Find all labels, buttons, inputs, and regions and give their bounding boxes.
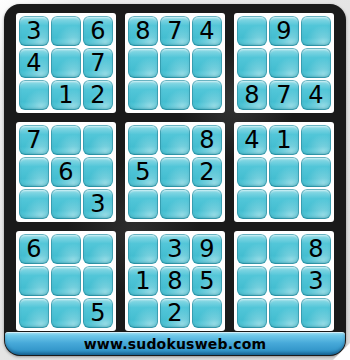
cell-r8c6: 5 [192, 266, 222, 296]
cell-r4c9[interactable] [301, 125, 331, 155]
cell-r5c3[interactable] [83, 157, 113, 187]
cell-r7c4[interactable] [128, 234, 158, 264]
cell-r7c9: 8 [301, 234, 331, 264]
cell-r7c7[interactable] [237, 234, 267, 264]
sudoku-box-2-1: 763 [16, 122, 116, 222]
cell-r6c7[interactable] [237, 189, 267, 219]
cell-r6c6[interactable] [192, 189, 222, 219]
cell-r5c7[interactable] [237, 157, 267, 187]
cell-r7c5: 3 [160, 234, 190, 264]
cell-r4c2[interactable] [51, 125, 81, 155]
cell-r9c4[interactable] [128, 298, 158, 328]
cell-r3c5[interactable] [160, 80, 190, 110]
cell-r2c6[interactable] [192, 48, 222, 78]
cell-r6c2[interactable] [51, 189, 81, 219]
cell-r3c7: 8 [237, 80, 267, 110]
cell-r4c6: 8 [192, 125, 222, 155]
cell-r2c9[interactable] [301, 48, 331, 78]
sudoku-box-1-3: 9874 [234, 13, 334, 113]
cell-r1c6: 4 [192, 16, 222, 46]
cell-r9c8[interactable] [269, 298, 299, 328]
cell-r1c2[interactable] [51, 16, 81, 46]
cell-r8c4: 1 [128, 266, 158, 296]
cell-r6c9[interactable] [301, 189, 331, 219]
cell-r1c5: 7 [160, 16, 190, 46]
cell-r7c3[interactable] [83, 234, 113, 264]
cell-r3c4[interactable] [128, 80, 158, 110]
cell-r4c3[interactable] [83, 125, 113, 155]
footer-bar: www.sudokusweb.com [5, 332, 345, 355]
cell-r1c4: 8 [128, 16, 158, 46]
cell-r2c1: 4 [19, 48, 49, 78]
cell-r7c2[interactable] [51, 234, 81, 264]
cell-r6c5[interactable] [160, 189, 190, 219]
cell-r2c4[interactable] [128, 48, 158, 78]
cell-r9c3: 5 [83, 298, 113, 328]
cell-r9c7[interactable] [237, 298, 267, 328]
cell-r5c4: 5 [128, 157, 158, 187]
cell-r1c3: 6 [83, 16, 113, 46]
cell-r6c3: 3 [83, 189, 113, 219]
sudoku-board: 3647128749874763852416539185283 [16, 13, 334, 331]
cell-r7c1: 6 [19, 234, 49, 264]
sudoku-box-3-2: 391852 [125, 231, 225, 331]
cell-r2c2[interactable] [51, 48, 81, 78]
cell-r5c2: 6 [51, 157, 81, 187]
cell-r2c3: 7 [83, 48, 113, 78]
board-frame: 3647128749874763852416539185283 www.sudo… [4, 4, 346, 356]
cell-r4c7: 4 [237, 125, 267, 155]
cell-r5c9[interactable] [301, 157, 331, 187]
cell-r3c9: 4 [301, 80, 331, 110]
sudoku-box-1-1: 364712 [16, 13, 116, 113]
sudoku-box-1-2: 874 [125, 13, 225, 113]
cell-r1c9[interactable] [301, 16, 331, 46]
cell-r6c4[interactable] [128, 189, 158, 219]
cell-r2c8[interactable] [269, 48, 299, 78]
cell-r8c2[interactable] [51, 266, 81, 296]
sudoku-page: 3647128749874763852416539185283 www.sudo… [0, 0, 350, 360]
cell-r4c8: 1 [269, 125, 299, 155]
cell-r1c1: 3 [19, 16, 49, 46]
cell-r5c1[interactable] [19, 157, 49, 187]
cell-r9c1[interactable] [19, 298, 49, 328]
cell-r8c7[interactable] [237, 266, 267, 296]
cell-r5c5[interactable] [160, 157, 190, 187]
cell-r5c8[interactable] [269, 157, 299, 187]
cell-r6c8[interactable] [269, 189, 299, 219]
cell-r4c5[interactable] [160, 125, 190, 155]
cell-r8c8[interactable] [269, 266, 299, 296]
sudoku-box-2-2: 852 [125, 122, 225, 222]
sudoku-box-2-3: 41 [234, 122, 334, 222]
cell-r3c8: 7 [269, 80, 299, 110]
cell-r4c1: 7 [19, 125, 49, 155]
cell-r9c5: 2 [160, 298, 190, 328]
cell-r1c7[interactable] [237, 16, 267, 46]
cell-r9c6[interactable] [192, 298, 222, 328]
cell-r8c3[interactable] [83, 266, 113, 296]
cell-r8c9: 3 [301, 266, 331, 296]
cell-r6c1[interactable] [19, 189, 49, 219]
sudoku-box-3-1: 65 [16, 231, 116, 331]
cell-r3c2: 1 [51, 80, 81, 110]
cell-r3c3: 2 [83, 80, 113, 110]
cell-r3c6[interactable] [192, 80, 222, 110]
cell-r3c1[interactable] [19, 80, 49, 110]
cell-r9c2[interactable] [51, 298, 81, 328]
sudoku-box-3-3: 83 [234, 231, 334, 331]
cell-r8c5: 8 [160, 266, 190, 296]
cell-r2c7[interactable] [237, 48, 267, 78]
cell-r4c4[interactable] [128, 125, 158, 155]
cell-r8c1[interactable] [19, 266, 49, 296]
cell-r7c8[interactable] [269, 234, 299, 264]
cell-r2c5[interactable] [160, 48, 190, 78]
footer-url[interactable]: www.sudokusweb.com [84, 336, 267, 352]
cell-r9c9[interactable] [301, 298, 331, 328]
cell-r7c6: 9 [192, 234, 222, 264]
cell-r5c6: 2 [192, 157, 222, 187]
cell-r1c8: 9 [269, 16, 299, 46]
